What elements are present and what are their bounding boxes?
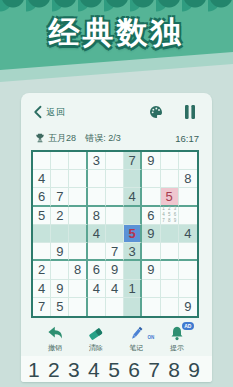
notes-label: 笔记 <box>129 343 143 353</box>
pencil-notes: 123456789 <box>161 207 178 224</box>
cell-digit: 9 <box>147 153 154 168</box>
cell-digit: 6 <box>93 262 100 277</box>
cell-r9c3[interactable] <box>69 298 87 316</box>
cell-r7c1[interactable]: 2 <box>33 261 51 279</box>
cell-r4c6[interactable] <box>124 207 142 225</box>
cell-r1c9[interactable] <box>179 152 197 170</box>
cell-digit: 8 <box>184 171 191 186</box>
notes-button[interactable]: ON 笔记 <box>117 326 155 358</box>
cell-digit: 7 <box>129 153 136 168</box>
cell-r7c4[interactable]: 6 <box>88 261 106 279</box>
cell-r5c4[interactable]: 4 <box>88 225 106 243</box>
back-chevron-icon <box>33 105 42 119</box>
cell-r7c6[interactable] <box>124 261 142 279</box>
status-bar: 五月28 错误: 2/3 16:17 <box>35 131 199 145</box>
cell-digit: 4 <box>111 281 118 296</box>
sudoku-app-screen: 经典数独 返回 <box>0 0 233 387</box>
cell-r6c9[interactable] <box>179 243 197 261</box>
cell-r8c7[interactable] <box>142 280 160 298</box>
numpad-1[interactable]: 1 <box>28 359 40 380</box>
cell-digit: 4 <box>129 189 136 204</box>
numpad-5[interactable]: 5 <box>108 359 120 380</box>
erase-label: 清除 <box>89 343 103 353</box>
hint-ad-badge: AD <box>182 322 194 330</box>
notes-on-indicator: ON <box>148 335 155 340</box>
back-label: 返回 <box>46 106 66 119</box>
cell-r1c3[interactable] <box>69 152 87 170</box>
cell-digit: 2 <box>56 208 63 223</box>
cell-r6c3[interactable] <box>69 243 87 261</box>
theme-palette-button[interactable] <box>146 103 166 121</box>
cell-r5c8[interactable] <box>161 225 179 243</box>
cell-digit: 4 <box>38 171 45 186</box>
cell-r8c6[interactable]: 1 <box>124 280 142 298</box>
cell-r5c9[interactable]: 4 <box>179 225 197 243</box>
cell-digit: 9 <box>184 299 191 314</box>
numpad-7[interactable]: 7 <box>148 359 160 380</box>
palette-icon <box>148 104 164 120</box>
cell-r8c4[interactable]: 4 <box>88 280 106 298</box>
cell-digit: 7 <box>38 299 45 314</box>
timer: 16:17 <box>175 133 199 144</box>
cell-r1c6[interactable]: 7 <box>124 152 142 170</box>
cell-r1c5[interactable] <box>106 152 124 170</box>
cell-r9c8[interactable] <box>161 298 179 316</box>
cell-r9c5[interactable] <box>106 298 124 316</box>
cell-r2c3[interactable] <box>69 170 87 188</box>
app-title: 经典数独 <box>0 12 233 54</box>
cell-digit: 2 <box>38 262 45 277</box>
cell-r3c3[interactable] <box>69 188 87 206</box>
cell-digit: 6 <box>147 208 154 223</box>
undo-button[interactable]: 撤销 <box>36 326 74 358</box>
cell-digit: 8 <box>93 208 100 223</box>
cell-digit: 5 <box>56 299 63 314</box>
cell-r2c5[interactable] <box>106 170 124 188</box>
numpad-9[interactable]: 9 <box>188 359 200 380</box>
cell-r6c7[interactable] <box>142 243 160 261</box>
erase-button[interactable]: 清除 <box>77 326 115 358</box>
pause-button[interactable] <box>180 103 200 121</box>
cell-digit: 4 <box>93 226 100 241</box>
cell-digit: 1 <box>129 281 136 296</box>
numpad-4[interactable]: 4 <box>88 359 100 380</box>
error-counter: 错误: 2/3 <box>35 132 171 145</box>
cell-r8c9[interactable] <box>179 280 197 298</box>
cell-r9c7[interactable] <box>142 298 160 316</box>
numpad-2[interactable]: 2 <box>48 359 60 380</box>
cell-r1c4[interactable]: 3 <box>88 152 106 170</box>
undo-icon <box>47 326 64 341</box>
cell-r4c8[interactable]: 123456789 <box>161 207 179 225</box>
cell-digit: 3 <box>129 244 136 259</box>
cell-r6c5[interactable]: 7 <box>106 243 124 261</box>
cell-r6c8[interactable] <box>161 243 179 261</box>
cell-digit: 7 <box>111 244 118 259</box>
cell-r3c9[interactable] <box>179 188 197 206</box>
hint-button[interactable]: AD 提示 <box>158 326 196 358</box>
cell-r2c6[interactable] <box>124 170 142 188</box>
cell-r8c1[interactable]: 4 <box>33 280 51 298</box>
cell-digit: 4 <box>38 281 45 296</box>
cell-r7c9[interactable] <box>179 261 197 279</box>
cell-r3c2[interactable]: 7 <box>51 188 69 206</box>
cell-r2c4[interactable] <box>88 170 106 188</box>
cell-r8c5[interactable]: 4 <box>106 280 124 298</box>
cell-r5c1[interactable] <box>33 225 51 243</box>
cell-r6c2[interactable]: 9 <box>51 243 69 261</box>
cell-digit: 4 <box>184 226 191 241</box>
cell-r4c5[interactable] <box>106 207 124 225</box>
cell-r7c7[interactable]: 9 <box>142 261 160 279</box>
cell-digit: 4 <box>93 281 100 296</box>
cell-r5c6[interactable]: 5 <box>124 225 142 243</box>
cell-r7c2[interactable] <box>51 261 69 279</box>
cell-r1c7[interactable]: 9 <box>142 152 160 170</box>
cell-digit: 9 <box>56 244 63 259</box>
toolbar: 撤销 清除 ON <box>36 326 196 358</box>
cell-r3c1[interactable]: 6 <box>33 188 51 206</box>
cell-r7c5[interactable]: 9 <box>106 261 124 279</box>
cell-r4c7[interactable]: 6 <box>142 207 160 225</box>
cell-r3c5[interactable] <box>106 188 124 206</box>
cell-r5c7[interactable]: 9 <box>142 225 160 243</box>
cell-r3c8[interactable]: 5 <box>161 188 179 206</box>
cell-r1c8[interactable] <box>161 152 179 170</box>
cell-digit: 5 <box>166 189 173 204</box>
cell-digit: 9 <box>147 226 154 241</box>
cell-r8c2[interactable]: 9 <box>51 280 69 298</box>
numpad-8[interactable]: 8 <box>168 359 180 380</box>
cell-r4c1[interactable]: 5 <box>33 207 51 225</box>
cell-r8c3[interactable] <box>69 280 87 298</box>
cell-r9c2[interactable]: 5 <box>51 298 69 316</box>
cell-r5c3[interactable] <box>69 225 87 243</box>
cell-r9c4[interactable] <box>88 298 106 316</box>
pause-icon <box>184 105 196 119</box>
cell-r8c8[interactable] <box>161 280 179 298</box>
cell-digit: 9 <box>56 281 63 296</box>
cell-r2c2[interactable] <box>51 170 69 188</box>
cell-r4c3[interactable] <box>69 207 87 225</box>
cell-r3c6[interactable]: 4 <box>124 188 142 206</box>
cell-r1c1[interactable] <box>33 152 51 170</box>
cell-r7c3[interactable]: 8 <box>69 261 87 279</box>
numpad-3[interactable]: 3 <box>68 359 80 380</box>
undo-label: 撤销 <box>48 343 62 353</box>
cell-r6c6[interactable]: 3 <box>124 243 142 261</box>
cell-r9c6[interactable] <box>124 298 142 316</box>
cell-digit: 6 <box>38 189 45 204</box>
cell-digit: 7 <box>56 189 63 204</box>
cell-r4c9[interactable] <box>179 207 197 225</box>
cell-r3c7[interactable] <box>142 188 160 206</box>
cell-digit: 5 <box>129 226 136 241</box>
cell-r2c8[interactable] <box>161 170 179 188</box>
eraser-icon <box>87 326 104 341</box>
cell-r9c1[interactable]: 7 <box>33 298 51 316</box>
sudoku-board: 3794867455286123456789459497328699494417… <box>31 150 199 318</box>
numpad-6[interactable]: 6 <box>128 359 140 380</box>
cell-digit: 5 <box>38 208 45 223</box>
cell-r6c1[interactable] <box>33 243 51 261</box>
back-button[interactable]: 返回 <box>33 105 66 119</box>
header-bar: 返回 <box>33 102 200 122</box>
cell-digit: 3 <box>93 153 100 168</box>
cell-r6c4[interactable] <box>88 243 106 261</box>
cell-digit: 9 <box>111 262 118 277</box>
cell-digit: 8 <box>74 262 81 277</box>
cell-r3c4[interactable] <box>88 188 106 206</box>
game-card: 返回 <box>21 93 212 382</box>
cell-r4c4[interactable]: 8 <box>88 207 106 225</box>
cell-r7c8[interactable] <box>161 261 179 279</box>
pencil-icon <box>128 326 145 341</box>
cell-r5c5[interactable] <box>106 225 124 243</box>
cell-r4c2[interactable]: 2 <box>51 207 69 225</box>
cell-digit: 9 <box>147 262 154 277</box>
cell-r2c7[interactable] <box>142 170 160 188</box>
cell-r5c2[interactable] <box>51 225 69 243</box>
cell-r2c9[interactable]: 8 <box>179 170 197 188</box>
numpad: 123456789 <box>28 359 200 380</box>
cell-r1c2[interactable] <box>51 152 69 170</box>
cell-r9c9[interactable]: 9 <box>179 298 197 316</box>
cell-r2c1[interactable]: 4 <box>33 170 51 188</box>
hint-label: 提示 <box>170 343 184 353</box>
